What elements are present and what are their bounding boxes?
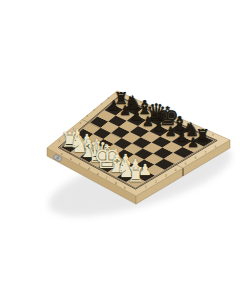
piece-black-pawn: ♟ (131, 110, 143, 123)
piece-layer: ♜♞♝♛♚♝♞♜♟♟♟♟♟♟♟♟♟♟♟♟♟♟♟♟♜♞♝♛♚♝♞♜ (0, 0, 240, 303)
piece-white-rook: ♜ (126, 165, 144, 186)
piece-black-pawn: ♟ (176, 131, 188, 144)
piece-black-pawn: ♟ (187, 136, 199, 149)
piece-black-pawn: ♟ (108, 99, 120, 112)
product-photo: aa11bb22cc33dd44ee55ff66gg77hh88 ♜♞♝♛♚♝♞… (0, 0, 240, 303)
piece-black-pawn: ♟ (165, 125, 177, 138)
piece-black-pawn: ♟ (119, 104, 131, 117)
piece-black-pawn: ♟ (153, 120, 165, 133)
piece-black-pawn: ♟ (142, 115, 154, 128)
